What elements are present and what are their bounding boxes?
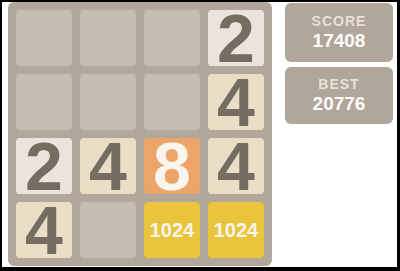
- tile-4: 4: [16, 202, 72, 258]
- tile-8: 8: [144, 138, 200, 194]
- page-background: 242484410241024 SCORE 17408 BEST 20776: [2, 2, 397, 267]
- tile-4: 4: [208, 138, 264, 194]
- best-value: 20776: [313, 93, 366, 115]
- best-panel: BEST 20776: [285, 67, 393, 124]
- tile-4: 4: [80, 138, 136, 194]
- empty-cell: [144, 74, 200, 130]
- tile-1024: 1024: [144, 202, 200, 258]
- empty-cell: [80, 10, 136, 66]
- game-board[interactable]: 242484410241024: [8, 2, 272, 266]
- empty-cell: [16, 74, 72, 130]
- score-panel: SCORE 17408: [285, 3, 393, 62]
- tile-2: 2: [16, 138, 72, 194]
- tile-1024: 1024: [208, 202, 264, 258]
- empty-cell: [16, 10, 72, 66]
- tile-4: 4: [208, 74, 264, 130]
- empty-cell: [80, 202, 136, 258]
- empty-cell: [144, 10, 200, 66]
- tile-2: 2: [208, 10, 264, 66]
- score-value: 17408: [313, 30, 366, 52]
- empty-cell: [80, 74, 136, 130]
- score-label: SCORE: [312, 13, 367, 29]
- best-label: BEST: [318, 76, 359, 92]
